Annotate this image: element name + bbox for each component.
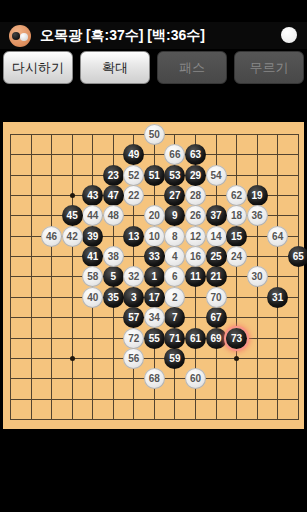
white-stone-4: 4 [164, 246, 185, 267]
black-stone-23: 23 [103, 165, 124, 186]
white-stone-70: 70 [206, 287, 227, 308]
zoom-button[interactable]: 확대 [80, 51, 150, 84]
black-stone-1: 1 [144, 266, 165, 287]
white-stone-28: 28 [185, 185, 206, 206]
white-stone-10: 10 [144, 226, 165, 247]
white-stone-12: 12 [185, 226, 206, 247]
white-stone-50: 50 [144, 124, 165, 145]
black-stone-65: 65 [288, 246, 307, 267]
black-stone-icon [12, 32, 20, 40]
black-stone-11: 11 [185, 266, 206, 287]
page-title: 오목광 [흑:37수] [백:36수] [40, 27, 205, 45]
white-stone-38: 38 [103, 246, 124, 267]
black-stone-7: 7 [164, 307, 185, 328]
white-stone-58: 58 [82, 266, 103, 287]
black-stone-9: 9 [164, 205, 185, 226]
white-stone-54: 54 [206, 165, 227, 186]
title-bar: 오목광 [흑:37수] [백:36수] [0, 22, 307, 49]
white-stone-66: 66 [164, 144, 185, 165]
white-stone-16: 16 [185, 246, 206, 267]
black-stone-17: 17 [144, 287, 165, 308]
black-stone-33: 33 [144, 246, 165, 267]
white-stone-52: 52 [123, 165, 144, 186]
black-stone-19: 19 [247, 185, 268, 206]
grid-line-v [277, 134, 278, 420]
status-bar [0, 0, 307, 22]
black-stone-45: 45 [62, 205, 83, 226]
black-stone-59: 59 [164, 348, 185, 369]
grid-line-v [31, 134, 32, 420]
white-stone-22: 22 [123, 185, 144, 206]
white-stone-34: 34 [144, 307, 165, 328]
black-stone-61: 61 [185, 328, 206, 349]
white-stone-18: 18 [226, 205, 247, 226]
black-stone-3: 3 [123, 287, 144, 308]
grid-line-v [72, 134, 73, 420]
white-stone-60: 60 [185, 368, 206, 389]
white-stone-42: 42 [62, 226, 83, 247]
white-stone-48: 48 [103, 205, 124, 226]
white-stone-32: 32 [123, 266, 144, 287]
black-stone-41: 41 [82, 246, 103, 267]
black-stone-39: 39 [82, 226, 103, 247]
black-stone-71: 71 [164, 328, 185, 349]
white-stone-14: 14 [206, 226, 227, 247]
black-stone-63: 63 [185, 144, 206, 165]
pass-button[interactable]: 패스 [157, 51, 227, 84]
black-stone-49: 49 [123, 144, 144, 165]
black-stone-47: 47 [103, 185, 124, 206]
app-screen: 오목광 [흑:37수] [백:36수] 다시하기 확대 패스 무르기 12345… [0, 0, 307, 512]
black-stone-37: 37 [206, 205, 227, 226]
star-point [70, 356, 75, 361]
black-stone-57: 57 [123, 307, 144, 328]
black-stone-55: 55 [144, 328, 165, 349]
white-stone-56: 56 [123, 348, 144, 369]
app-icon [9, 25, 31, 47]
white-stone-68: 68 [144, 368, 165, 389]
black-stone-43: 43 [82, 185, 103, 206]
white-stone-72: 72 [123, 328, 144, 349]
black-stone-13: 13 [123, 226, 144, 247]
black-stone-67: 67 [206, 307, 227, 328]
white-stone-44: 44 [82, 205, 103, 226]
white-stone-20: 20 [144, 205, 165, 226]
white-stone-64: 64 [267, 226, 288, 247]
black-stone-51: 51 [144, 165, 165, 186]
black-stone-25: 25 [206, 246, 227, 267]
black-stone-15: 15 [226, 226, 247, 247]
white-stone-26: 26 [185, 205, 206, 226]
grid-line-v [298, 134, 299, 420]
white-stone-6: 6 [164, 266, 185, 287]
white-stone-40: 40 [82, 287, 103, 308]
undo-button[interactable]: 무르기 [234, 51, 304, 84]
black-stone-73: 73 [226, 328, 247, 349]
grid-line-v [236, 134, 237, 420]
black-stone-27: 27 [164, 185, 185, 206]
black-stone-35: 35 [103, 287, 124, 308]
black-stone-29: 29 [185, 165, 206, 186]
star-point [234, 356, 239, 361]
black-stone-5: 5 [103, 266, 124, 287]
restart-button[interactable]: 다시하기 [3, 51, 73, 84]
star-point [70, 193, 75, 198]
turn-indicator-white-stone-icon [281, 27, 297, 43]
white-stone-24: 24 [226, 246, 247, 267]
black-stone-31: 31 [267, 287, 288, 308]
grid-line-v [10, 134, 11, 420]
white-stone-30: 30 [247, 266, 268, 287]
white-stone-62: 62 [226, 185, 247, 206]
grid-line-v [51, 134, 52, 420]
white-stone-46: 46 [41, 226, 62, 247]
game-board[interactable]: 1234567891011121314151617181920212223242… [3, 122, 304, 429]
white-stone-2: 2 [164, 287, 185, 308]
white-stone-36: 36 [247, 205, 268, 226]
white-stone-icon [20, 33, 28, 41]
black-stone-21: 21 [206, 266, 227, 287]
toolbar: 다시하기 확대 패스 무르기 [0, 51, 307, 84]
white-stone-8: 8 [164, 226, 185, 247]
black-stone-69: 69 [206, 328, 227, 349]
black-stone-53: 53 [164, 165, 185, 186]
